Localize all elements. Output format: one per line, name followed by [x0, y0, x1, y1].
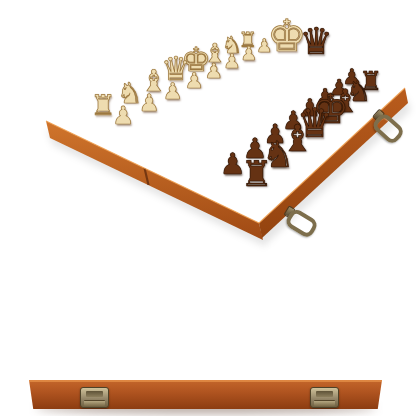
product-photo-canvas: ♚♛ AABBCCDDEEFFGGHH8877665544332211 ♜♞♝♛…: [0, 0, 416, 416]
display-piece-dark-queen: ♛: [299, 23, 332, 60]
offboard-display-pieces: ♚♛: [0, 0, 416, 416]
open-chess-board-scene: ♚♛ AABBCCDDEEFFGGHH8877665544332211 ♜♞♝♛…: [0, 0, 416, 416]
